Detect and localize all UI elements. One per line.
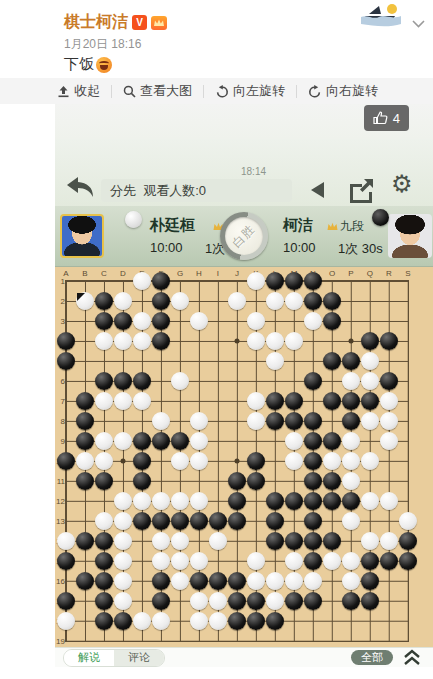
- white-stone-C4: [95, 332, 113, 350]
- black-stone-Q17: [361, 592, 379, 610]
- white-stone-L4: [266, 332, 284, 350]
- thumb-up-icon: [373, 111, 388, 125]
- toolbar-divider: [203, 85, 204, 98]
- black-stone-G13: [171, 512, 189, 530]
- white-stone-L5: [266, 352, 284, 370]
- black-stone-A17: [57, 592, 75, 610]
- player-right-byoyomi: 1次 30s: [338, 240, 383, 258]
- black-stone-E6: [133, 372, 151, 390]
- white-stone-A18: [57, 612, 75, 630]
- white-stone-C13: [95, 512, 113, 530]
- black-stone-O14: [323, 532, 341, 550]
- last-move-marker: [77, 293, 85, 301]
- black-stone-G9: [171, 432, 189, 450]
- black-stone-P8: [342, 412, 360, 430]
- white-stone-D14: [114, 532, 132, 550]
- black-stone-O9: [323, 432, 341, 450]
- black-stone-E11: [133, 472, 151, 490]
- column-label: S: [405, 269, 410, 278]
- white-stone-R14: [380, 532, 398, 550]
- white-stone-H10: [190, 452, 208, 470]
- black-stone-I16: [209, 572, 227, 590]
- black-stone-C2: [95, 292, 113, 310]
- white-stone-G14: [171, 532, 189, 550]
- previous-move-icon[interactable]: [311, 182, 324, 198]
- post-date: 1月20日 18:16: [64, 36, 141, 53]
- hoshi-point: [121, 459, 126, 464]
- black-stone-M1: [285, 272, 303, 290]
- black-stone-M12: [285, 492, 303, 510]
- column-label: J: [235, 269, 239, 278]
- white-stone-Q14: [361, 532, 379, 550]
- white-stone-E4: [133, 332, 151, 350]
- white-stone-icon: [125, 211, 142, 228]
- black-stone-N2: [304, 292, 322, 310]
- white-stone-Q10: [361, 452, 379, 470]
- black-stone-Q4: [361, 332, 379, 350]
- row-label: 16: [56, 577, 65, 586]
- white-stone-E3: [133, 312, 151, 330]
- black-stone-J13: [228, 512, 246, 530]
- white-stone-G16: [171, 572, 189, 590]
- black-stone-F9: [152, 432, 170, 450]
- row-label: 13: [56, 517, 65, 526]
- white-stone-K16: [247, 572, 265, 590]
- black-stone-S14: [399, 532, 417, 550]
- black-stone-L7: [266, 392, 284, 410]
- rotate-right-icon: [308, 85, 322, 98]
- verified-v-icon: V: [132, 15, 147, 30]
- game-time: 18:14: [241, 166, 266, 177]
- author-avatar[interactable]: [12, 8, 54, 50]
- black-stone-icon: [372, 209, 389, 226]
- back-arrow-icon[interactable]: [65, 175, 95, 203]
- black-stone-L13: [266, 512, 284, 530]
- white-stone-D4: [114, 332, 132, 350]
- screenshot-top-band: 4: [55, 104, 433, 139]
- white-stone-D9: [114, 432, 132, 450]
- black-stone-F2: [152, 292, 170, 310]
- column-label: I: [217, 269, 219, 278]
- white-stone-G10: [171, 452, 189, 470]
- boat-decoration-icon: [359, 2, 403, 32]
- like-badge[interactable]: 4: [364, 105, 409, 131]
- player-right-name: 柯洁: [283, 216, 313, 235]
- black-stone-H16: [190, 572, 208, 590]
- result-medallion[interactable]: 白胜: [220, 212, 268, 260]
- white-stone-D17: [114, 592, 132, 610]
- black-stone-D6: [114, 372, 132, 390]
- app-bottom-bar: 解说 评论 全部: [55, 647, 433, 667]
- black-stone-A4: [57, 332, 75, 350]
- post-content: 下饭: [64, 55, 112, 74]
- row-label: 1: [56, 277, 65, 286]
- white-stone-M10: [285, 452, 303, 470]
- white-stone-F8: [152, 412, 170, 430]
- black-stone-A15: [57, 552, 75, 570]
- black-stone-B7: [76, 392, 94, 410]
- white-stone-E7: [133, 392, 151, 410]
- post-image-go-app-screenshot: 4 18:14 分先 观看人数:0 ⚙ 朴廷桓 九段 10:00 1次 30s …: [55, 104, 433, 667]
- white-stone-I18: [209, 612, 227, 630]
- white-stone-K15: [247, 552, 265, 570]
- black-stone-N11: [304, 472, 322, 490]
- white-stone-Q12: [361, 492, 379, 510]
- white-stone-Q6: [361, 372, 379, 390]
- black-stone-J16: [228, 572, 246, 590]
- white-stone-H3: [190, 312, 208, 330]
- white-stone-E1: [133, 272, 151, 290]
- player-right-rank: 九段: [327, 218, 364, 235]
- white-stone-P11: [342, 472, 360, 490]
- black-stone-B9: [76, 432, 94, 450]
- white-stone-E12: [133, 492, 151, 510]
- white-stone-M2: [285, 292, 303, 310]
- white-stone-C9: [95, 432, 113, 450]
- black-stone-D18: [114, 612, 132, 630]
- author-name[interactable]: 棋士柯洁: [64, 12, 128, 33]
- black-stone-M17: [285, 592, 303, 610]
- black-stone-I13: [209, 512, 227, 530]
- black-stone-N15: [304, 552, 322, 570]
- black-stone-O3: [323, 312, 341, 330]
- black-stone-N1: [304, 272, 322, 290]
- white-stone-L17: [266, 592, 284, 610]
- row-label: 9: [56, 436, 65, 445]
- black-stone-P7: [342, 392, 360, 410]
- chevron-down-icon[interactable]: [412, 14, 425, 32]
- black-stone-R4: [380, 332, 398, 350]
- rotate-right-button[interactable]: 向右旋转: [308, 82, 378, 100]
- black-stone-J17: [228, 592, 246, 610]
- black-stone-A10: [57, 452, 75, 470]
- white-stone-F12: [152, 492, 170, 510]
- game-info-pill: 分先 观看人数:0: [101, 179, 292, 202]
- white-stone-P6: [342, 372, 360, 390]
- black-stone-P12: [342, 492, 360, 510]
- white-stone-D16: [114, 572, 132, 590]
- row-label: 2: [56, 296, 65, 305]
- black-stone-L1: [266, 272, 284, 290]
- black-stone-C17: [95, 592, 113, 610]
- black-stone-C16: [95, 572, 113, 590]
- row-label: 19: [56, 637, 65, 646]
- magnifier-icon: [123, 85, 136, 98]
- white-stone-H15: [190, 552, 208, 570]
- black-stone-M14: [285, 532, 303, 550]
- black-stone-K11: [247, 472, 265, 490]
- black-stone-O2: [323, 292, 341, 310]
- column-label: Q: [367, 269, 373, 278]
- toolbar-divider: [111, 85, 112, 98]
- black-stone-C14: [95, 532, 113, 550]
- black-stone-N10: [304, 452, 322, 470]
- white-stone-O10: [323, 452, 341, 470]
- white-stone-D15: [114, 552, 132, 570]
- double-chevron-up-icon[interactable]: [401, 649, 423, 670]
- go-board-grid[interactable]: ABCDEFGHIJKLMNOPQRS123456789101112131415…: [65, 280, 409, 642]
- black-stone-L14: [266, 532, 284, 550]
- collapse-button[interactable]: 收起: [57, 82, 100, 100]
- hoshi-point: [235, 339, 240, 344]
- black-stone-E13: [133, 512, 151, 530]
- white-stone-P13: [342, 512, 360, 530]
- column-label: C: [101, 269, 107, 278]
- white-stone-J2: [228, 292, 246, 310]
- view-large-image-button[interactable]: 查看大图: [123, 82, 192, 100]
- black-stone-L12: [266, 492, 284, 510]
- white-stone-K4: [247, 332, 265, 350]
- black-stone-L18: [266, 612, 284, 630]
- black-stone-F4: [152, 332, 170, 350]
- settings-gear-icon[interactable]: ⚙: [391, 172, 413, 196]
- white-stone-K8: [247, 412, 265, 430]
- white-stone-H8: [190, 412, 208, 430]
- black-stone-K17: [247, 592, 265, 610]
- black-stone-N17: [304, 592, 322, 610]
- black-stone-K18: [247, 612, 265, 630]
- white-stone-S13: [399, 512, 417, 530]
- crown-icon: [327, 222, 338, 231]
- white-stone-R12: [380, 492, 398, 510]
- white-stone-H9: [190, 432, 208, 450]
- white-stone-Q8: [361, 412, 379, 430]
- black-stone-S15: [399, 552, 417, 570]
- black-stone-M8: [285, 412, 303, 430]
- white-stone-M16: [285, 572, 303, 590]
- row-label: 6: [56, 377, 65, 386]
- black-stone-N6: [304, 372, 322, 390]
- app-header: 18:14 分先 观看人数:0 ⚙: [55, 139, 433, 206]
- like-count: 4: [393, 111, 400, 126]
- white-stone-I17: [209, 592, 227, 610]
- white-stone-A14: [57, 532, 75, 550]
- player-right-avatar[interactable]: [388, 214, 432, 258]
- black-stone-L8: [266, 412, 284, 430]
- all-button[interactable]: 全部: [351, 650, 393, 665]
- column-label: B: [82, 269, 87, 278]
- black-stone-B14: [76, 532, 94, 550]
- black-stone-K10: [247, 452, 265, 470]
- black-stone-B8: [76, 412, 94, 430]
- black-stone-R15: [380, 552, 398, 570]
- white-stone-G15: [171, 552, 189, 570]
- toolbar-divider: [296, 85, 297, 98]
- black-stone-F17: [152, 592, 170, 610]
- black-stone-J11: [228, 472, 246, 490]
- white-stone-R8: [380, 412, 398, 430]
- white-stone-K7: [247, 392, 265, 410]
- white-stone-H12: [190, 492, 208, 510]
- white-stone-G12: [171, 492, 189, 510]
- column-label: H: [196, 269, 202, 278]
- column-label: O: [329, 269, 335, 278]
- white-stone-M4: [285, 332, 303, 350]
- black-stone-H13: [190, 512, 208, 530]
- black-stone-N8: [304, 412, 322, 430]
- white-stone-N3: [304, 312, 322, 330]
- white-stone-C7: [95, 392, 113, 410]
- white-stone-C10: [95, 452, 113, 470]
- white-stone-D13: [114, 512, 132, 530]
- white-stone-B10: [76, 452, 94, 470]
- black-stone-F16: [152, 572, 170, 590]
- row-label: 3: [56, 316, 65, 325]
- share-icon[interactable]: [347, 177, 375, 208]
- hoshi-point: [235, 459, 240, 464]
- black-stone-Q15: [361, 552, 379, 570]
- row-label: 12: [56, 497, 65, 506]
- white-stone-F15: [152, 552, 170, 570]
- white-stone-L16: [266, 572, 284, 590]
- white-stone-O15: [323, 552, 341, 570]
- black-stone-C6: [95, 372, 113, 390]
- black-stone-N13: [304, 512, 322, 530]
- white-stone-F18: [152, 612, 170, 630]
- black-stone-F3: [152, 312, 170, 330]
- white-stone-N16: [304, 572, 322, 590]
- white-stone-G6: [171, 372, 189, 390]
- tab-comments[interactable]: 评论: [114, 650, 164, 666]
- white-stone-P10: [342, 452, 360, 470]
- image-toolbar: 收起 查看大图 向左旋转 向右旋转: [0, 78, 433, 104]
- row-label: 11: [56, 477, 65, 486]
- white-stone-M9: [285, 432, 303, 450]
- white-stone-F14: [152, 532, 170, 550]
- black-stone-F1: [152, 272, 170, 290]
- black-stone-P5: [342, 352, 360, 370]
- black-stone-P17: [342, 592, 360, 610]
- black-stone-C15: [95, 552, 113, 570]
- row-label: 8: [56, 417, 65, 426]
- white-stone-B2: [76, 292, 94, 310]
- black-stone-C3: [95, 312, 113, 330]
- column-label: P: [348, 269, 353, 278]
- black-stone-J18: [228, 612, 246, 630]
- black-stone-C11: [95, 472, 113, 490]
- white-stone-P15: [342, 552, 360, 570]
- black-stone-N14: [304, 532, 322, 550]
- black-stone-N9: [304, 432, 322, 450]
- white-stone-P16: [342, 572, 360, 590]
- white-stone-K1: [247, 272, 265, 290]
- white-stone-L2: [266, 292, 284, 310]
- black-stone-J12: [228, 492, 246, 510]
- player-left-name: 朴廷桓: [150, 216, 195, 235]
- black-stone-Q16: [361, 572, 379, 590]
- result-text: 白胜: [229, 221, 259, 251]
- white-stone-G2: [171, 292, 189, 310]
- tab-commentary[interactable]: 解说: [64, 650, 114, 666]
- laughing-emoji-icon: [96, 57, 112, 73]
- black-stone-D3: [114, 312, 132, 330]
- go-board: ABCDEFGHIJKLMNOPQRS123456789101112131415…: [55, 267, 433, 647]
- white-stone-D12: [114, 492, 132, 510]
- black-stone-O5: [323, 352, 341, 370]
- white-stone-K3: [247, 312, 265, 330]
- white-stone-E18: [133, 612, 151, 630]
- player-right-time: 10:00: [283, 240, 316, 255]
- black-stone-Q7: [361, 392, 379, 410]
- white-stone-D2: [114, 292, 132, 310]
- post-header: 棋士柯洁 V 1月20日 18:16 下饭: [0, 0, 433, 78]
- vip-crown-icon: [151, 16, 167, 30]
- white-stone-Q5: [361, 352, 379, 370]
- white-stone-H18: [190, 612, 208, 630]
- white-stone-H17: [190, 592, 208, 610]
- black-stone-E10: [133, 452, 151, 470]
- player-bar: 朴廷桓 九段 10:00 1次 30s 白胜 柯洁 九段 10:00 1次 30…: [55, 206, 433, 267]
- player-left-time: 10:00: [150, 240, 183, 255]
- black-stone-O7: [323, 392, 341, 410]
- black-stone-R6: [380, 372, 398, 390]
- black-stone-M7: [285, 392, 303, 410]
- column-label: D: [120, 269, 126, 278]
- white-stone-D7: [114, 392, 132, 410]
- black-stone-C18: [95, 612, 113, 630]
- column-label: G: [177, 269, 183, 278]
- black-stone-B16: [76, 572, 94, 590]
- rotate-left-icon: [215, 85, 229, 98]
- rotate-left-button[interactable]: 向左旋转: [215, 82, 285, 100]
- row-label: 7: [56, 397, 65, 406]
- player-left-avatar[interactable]: [60, 214, 104, 258]
- white-stone-P9: [342, 432, 360, 450]
- white-stone-M15: [285, 552, 303, 570]
- black-stone-O11: [323, 472, 341, 490]
- collapse-up-icon: [57, 85, 70, 98]
- white-stone-R9: [380, 432, 398, 450]
- black-stone-A5: [57, 352, 75, 370]
- black-stone-B11: [76, 472, 94, 490]
- black-stone-O12: [323, 492, 341, 510]
- hoshi-point: [349, 339, 354, 344]
- column-label: R: [386, 269, 392, 278]
- black-stone-F13: [152, 512, 170, 530]
- black-stone-E9: [133, 432, 151, 450]
- black-stone-N12: [304, 492, 322, 510]
- white-stone-R7: [380, 392, 398, 410]
- white-stone-I14: [209, 532, 227, 550]
